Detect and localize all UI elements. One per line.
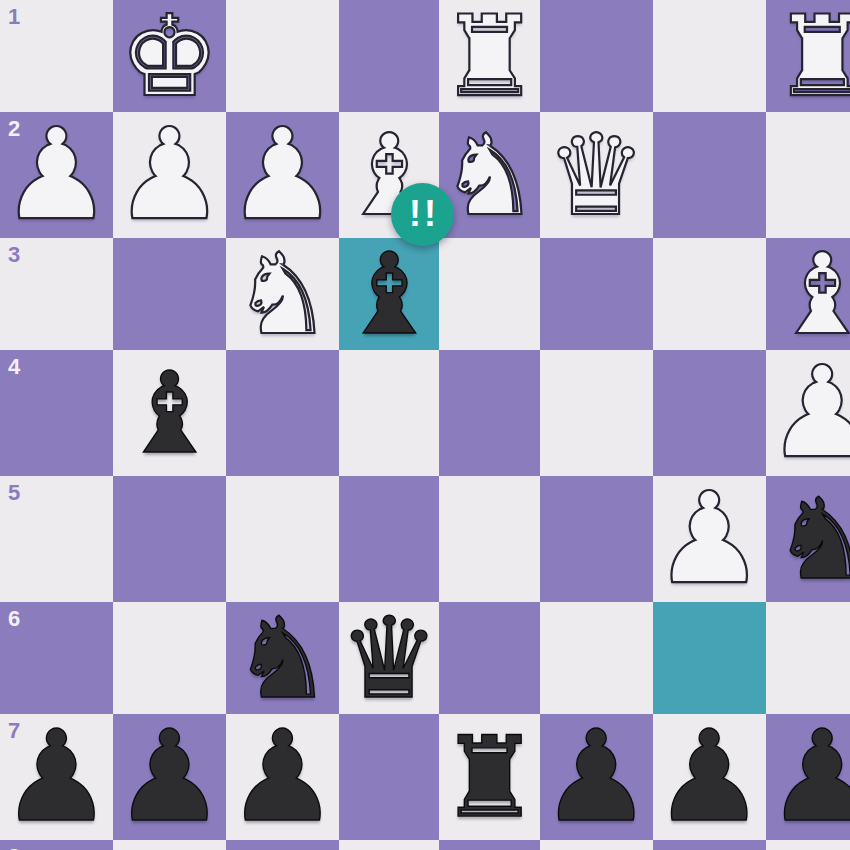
piece-black-pawn-h7[interactable]: ♟ xyxy=(0,714,113,840)
brilliant-annotation-symbol: !! xyxy=(406,196,439,232)
rank-label-1: 1 xyxy=(8,6,20,28)
square-f3[interactable]: ♞ xyxy=(226,238,339,350)
square-h6[interactable]: 6 xyxy=(0,602,113,714)
square-b7[interactable]: ♟ xyxy=(653,714,766,840)
piece-black-pawn-c7[interactable]: ♟ xyxy=(540,714,653,840)
square-d7[interactable]: ♜ xyxy=(439,714,539,840)
square-d1[interactable]: ♜ xyxy=(439,0,539,112)
square-f4[interactable] xyxy=(226,350,339,476)
square-a5[interactable]: ♞ xyxy=(766,476,850,602)
piece-white-king-g1[interactable]: ♚ xyxy=(119,0,219,112)
square-e5[interactable] xyxy=(339,476,439,602)
square-a2[interactable] xyxy=(766,112,850,238)
piece-white-pawn-h2[interactable]: ♟ xyxy=(0,112,113,238)
square-g1[interactable]: ♚ xyxy=(113,0,226,112)
brilliant-move-badge: !! xyxy=(391,183,454,246)
piece-white-pawn-g2[interactable]: ♟ xyxy=(113,112,226,238)
piece-white-rook-a1[interactable]: ♜ xyxy=(772,0,850,112)
square-a1[interactable]: ♜ xyxy=(766,0,850,112)
square-e8[interactable]: e xyxy=(339,840,439,850)
square-d4[interactable] xyxy=(439,350,539,476)
square-b1[interactable] xyxy=(653,0,766,112)
piece-white-knight-d2[interactable]: ♞ xyxy=(439,119,539,231)
square-d3[interactable] xyxy=(439,238,539,350)
square-c5[interactable] xyxy=(540,476,653,602)
square-c1[interactable] xyxy=(540,0,653,112)
square-h7[interactable]: 7♟ xyxy=(0,714,113,840)
square-a6[interactable] xyxy=(766,602,850,714)
piece-white-bishop-a3[interactable]: ♝ xyxy=(772,238,850,350)
rank-label-4: 4 xyxy=(8,356,20,378)
square-a4[interactable]: ♟ xyxy=(766,350,850,476)
square-g5[interactable] xyxy=(113,476,226,602)
square-e3[interactable]: ♝ xyxy=(339,238,439,350)
square-f1[interactable] xyxy=(226,0,339,112)
square-d6[interactable] xyxy=(439,602,539,714)
square-b3[interactable] xyxy=(653,238,766,350)
piece-black-pawn-b7[interactable]: ♟ xyxy=(653,714,766,840)
piece-white-queen-c2[interactable]: ♛ xyxy=(546,119,646,231)
rank-label-6: 6 xyxy=(8,608,20,630)
square-a7[interactable]: ♟ xyxy=(766,714,850,840)
square-h2[interactable]: 2♟ xyxy=(0,112,113,238)
square-f6[interactable]: ♞ xyxy=(226,602,339,714)
square-a3[interactable]: ♝ xyxy=(766,238,850,350)
piece-white-pawn-b5[interactable]: ♟ xyxy=(653,476,766,602)
square-g8[interactable]: g♚ xyxy=(113,840,226,850)
square-b6[interactable] xyxy=(653,602,766,714)
square-h1[interactable]: 1 xyxy=(0,0,113,112)
square-h3[interactable]: 3 xyxy=(0,238,113,350)
square-c4[interactable] xyxy=(540,350,653,476)
square-g6[interactable] xyxy=(113,602,226,714)
square-e4[interactable] xyxy=(339,350,439,476)
square-b2[interactable] xyxy=(653,112,766,238)
rank-label-5: 5 xyxy=(8,482,20,504)
square-h5[interactable]: 5 xyxy=(0,476,113,602)
square-b5[interactable]: ♟ xyxy=(653,476,766,602)
square-d5[interactable] xyxy=(439,476,539,602)
square-f5[interactable] xyxy=(226,476,339,602)
piece-white-rook-d1[interactable]: ♜ xyxy=(439,0,539,112)
square-g3[interactable] xyxy=(113,238,226,350)
square-c6[interactable] xyxy=(540,602,653,714)
piece-black-knight-a5[interactable]: ♞ xyxy=(772,483,850,595)
square-g4[interactable]: ♝ xyxy=(113,350,226,476)
square-e6[interactable]: ♛ xyxy=(339,602,439,714)
square-b4[interactable] xyxy=(653,350,766,476)
piece-white-knight-f3[interactable]: ♞ xyxy=(232,238,332,350)
square-c3[interactable] xyxy=(540,238,653,350)
square-d8[interactable]: d♜ xyxy=(439,840,539,850)
chess-board: 1♚♜♜2♟♟♟♝♞♛3♞♝♝4♝♟5♟♞6♞♛7♟♟♟♜♟♟♟8hg♚fed♜… xyxy=(0,0,850,850)
piece-black-bishop-e3[interactable]: ♝ xyxy=(339,238,439,350)
piece-black-rook-d8[interactable]: ♜ xyxy=(439,840,539,850)
piece-black-bishop-g4[interactable]: ♝ xyxy=(119,357,219,469)
square-c2[interactable]: ♛ xyxy=(540,112,653,238)
square-g2[interactable]: ♟ xyxy=(113,112,226,238)
piece-black-pawn-g7[interactable]: ♟ xyxy=(113,714,226,840)
square-h4[interactable]: 4 xyxy=(0,350,113,476)
square-e7[interactable] xyxy=(339,714,439,840)
square-c7[interactable]: ♟ xyxy=(540,714,653,840)
piece-black-pawn-f7[interactable]: ♟ xyxy=(226,714,339,840)
square-f2[interactable]: ♟ xyxy=(226,112,339,238)
square-d2[interactable]: ♞ xyxy=(439,112,539,238)
piece-black-queen-e6[interactable]: ♛ xyxy=(339,602,439,714)
piece-white-pawn-a4[interactable]: ♟ xyxy=(766,350,850,476)
square-e1[interactable] xyxy=(339,0,439,112)
piece-black-rook-d7[interactable]: ♜ xyxy=(439,721,539,833)
piece-black-knight-f6[interactable]: ♞ xyxy=(232,602,332,714)
piece-white-pawn-f2[interactable]: ♟ xyxy=(226,112,339,238)
piece-black-pawn-a7[interactable]: ♟ xyxy=(766,714,850,840)
square-g7[interactable]: ♟ xyxy=(113,714,226,840)
piece-black-king-g8[interactable]: ♚ xyxy=(119,840,219,850)
square-f7[interactable]: ♟ xyxy=(226,714,339,840)
